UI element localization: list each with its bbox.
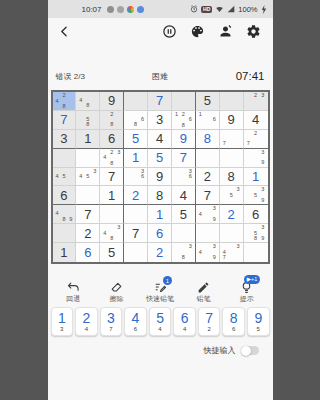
cell-r4c5[interactable]: 5 <box>148 149 172 168</box>
pencil-notes: 39 <box>245 150 267 166</box>
numpad-digit: 8 <box>230 311 238 325</box>
cell-r5c4[interactable]: 36 <box>124 168 148 187</box>
numpad-digit: 6 <box>181 311 189 325</box>
quick-pencil-label: 快速铅笔 <box>146 295 174 302</box>
pencil-notes: 359 <box>245 187 267 203</box>
cell-r7c5[interactable]: 1 <box>148 205 172 224</box>
number-button-8[interactable]: 86 <box>222 307 245 336</box>
cell-r5c7[interactable]: 2 <box>196 168 220 187</box>
nav-bar <box>48 18 273 44</box>
numpad-digit: 2 <box>82 311 90 325</box>
pencil-notes: 36 <box>125 169 146 185</box>
cell-r5c3[interactable]: 7 <box>100 168 124 187</box>
given-digit: 6 <box>108 132 115 145</box>
remaining-count: 7 <box>109 326 112 332</box>
user-digit: 1 <box>156 208 163 221</box>
cell-r8c9[interactable]: 3589 <box>244 224 268 243</box>
cell-r2c4[interactable]: 68 <box>124 111 148 130</box>
user-digit: 5 <box>156 151 163 164</box>
quick-pencil-badge: 1 <box>163 276 172 285</box>
remaining-count: 6 <box>232 326 235 332</box>
cell-r7c7[interactable]: 349 <box>196 205 220 224</box>
given-digit: 8 <box>156 189 163 202</box>
cell-r2c1[interactable]: 7 <box>53 111 77 130</box>
cell-r4c9[interactable]: 39 <box>244 149 268 168</box>
given-digit: 3 <box>156 113 163 126</box>
number-button-7[interactable]: 72 <box>198 307 221 336</box>
cell-r5c8[interactable]: 8 <box>220 168 244 187</box>
cell-r5c2[interactable]: 345 <box>76 168 100 187</box>
number-button-5[interactable]: 54 <box>149 307 172 336</box>
undo-label: 回退 <box>66 295 80 302</box>
user-digit: 2 <box>156 246 163 259</box>
cell-r6c3[interactable]: 1 <box>100 186 124 205</box>
numpad-digit: 7 <box>205 311 213 325</box>
cell-r8c2[interactable]: 2 <box>76 224 100 243</box>
given-digit: 1 <box>108 189 115 202</box>
notification-icons <box>107 6 144 13</box>
cell-r1c1[interactable]: 248 <box>53 92 77 111</box>
remaining-count: 4 <box>85 326 88 332</box>
charging-bolt-icon <box>261 5 267 14</box>
cell-r6c9[interactable]: 359 <box>244 186 268 205</box>
cell-r4c1[interactable] <box>53 149 77 168</box>
numpad-digit: 9 <box>254 311 262 325</box>
given-digit: 6 <box>60 189 67 202</box>
hd-badge: HD <box>201 6 212 13</box>
user-digit: 2 <box>228 208 235 221</box>
erase-label: 擦除 <box>110 295 124 302</box>
pencil-notes: 48 <box>77 93 98 109</box>
pause-button[interactable] <box>162 24 177 39</box>
pencil-notes: 36 <box>173 169 194 185</box>
cell-r1c2[interactable]: 48 <box>76 92 100 111</box>
cell-r7c4[interactable] <box>124 205 148 224</box>
signal-icon <box>227 5 235 13</box>
quick-pencil-button[interactable]: 1 快速铅笔 <box>138 281 181 302</box>
user-digit: 7 <box>180 151 187 164</box>
pencil-notes: 27 <box>245 131 267 147</box>
remaining-count: 4 <box>183 326 186 332</box>
user-digit: 6 <box>156 227 163 240</box>
app-notification-icon <box>107 6 114 13</box>
pencil-label: 铅笔 <box>196 295 210 302</box>
user-digit: 7 <box>60 113 67 126</box>
avatar-edit-button[interactable] <box>218 24 233 39</box>
status-bar: 10:07 HD 100% <box>48 0 273 18</box>
erase-button[interactable]: 擦除 <box>95 281 138 302</box>
cell-r8c4[interactable]: 7 <box>124 224 148 243</box>
cell-r1c7[interactable]: 5 <box>196 92 220 111</box>
given-digit: 7 <box>84 208 91 221</box>
number-pad: 132437465464728695 <box>48 307 273 336</box>
cell-r4c4[interactable]: 1 <box>124 149 148 168</box>
given-digit: 4 <box>180 189 187 202</box>
cell-r6c5[interactable]: 8 <box>148 186 172 205</box>
cell-r4c6[interactable]: 7 <box>172 149 196 168</box>
cell-r4c7[interactable] <box>196 149 220 168</box>
cell-r9c8[interactable]: 347 <box>220 243 244 262</box>
numpad-digit: 4 <box>132 311 140 325</box>
cell-r6c6[interactable]: 4 <box>172 186 196 205</box>
cell-r1c6[interactable] <box>172 92 196 111</box>
cell-r2c7[interactable]: 16 <box>196 111 220 130</box>
pencil-notes: 248 <box>54 93 75 109</box>
given-digit: 7 <box>132 227 139 240</box>
cell-r5c5[interactable]: 9 <box>148 168 172 187</box>
cell-r7c9[interactable]: 6 <box>244 205 268 224</box>
given-digit: 7 <box>108 170 115 183</box>
cell-r8c5[interactable]: 6 <box>148 224 172 243</box>
quick-input-toggle[interactable] <box>241 346 259 355</box>
number-button-1[interactable]: 13 <box>51 307 74 336</box>
pencil-notes: 1268 <box>173 112 194 128</box>
hint-button[interactable]: ▶+1 提示 <box>225 281 268 302</box>
given-digit: 5 <box>108 246 115 259</box>
cell-r6c4[interactable]: 2 <box>124 186 148 205</box>
cell-r1c9[interactable]: 23 <box>244 92 268 111</box>
cell-r9c9[interactable] <box>244 243 268 262</box>
cell-r8c3[interactable]: 348 <box>100 224 124 243</box>
cell-r3c8[interactable]: 7 <box>220 130 244 149</box>
remaining-count: 6 <box>134 326 137 332</box>
given-digit: 2 <box>84 227 91 240</box>
cell-r1c4[interactable] <box>124 92 148 111</box>
hint-ad-badge: ▶+1 <box>244 275 261 284</box>
number-button-6[interactable]: 64 <box>173 307 196 336</box>
cell-r8c1[interactable] <box>53 224 77 243</box>
given-digit: 4 <box>156 132 163 145</box>
cell-r2c5[interactable]: 3 <box>148 111 172 130</box>
cell-r5c6[interactable]: 36 <box>172 168 196 187</box>
cell-r2c9[interactable]: 4 <box>244 111 268 130</box>
cell-r4c2[interactable] <box>76 149 100 168</box>
pencil-notes: 45 <box>54 169 75 185</box>
cell-r9c3[interactable]: 5 <box>100 243 124 262</box>
cell-r7c2[interactable]: 7 <box>76 205 100 224</box>
number-button-2[interactable]: 24 <box>75 307 98 336</box>
cell-r7c3[interactable] <box>100 205 124 224</box>
pencil-notes: 58 <box>77 112 98 128</box>
number-button-3[interactable]: 37 <box>100 307 123 336</box>
cell-r9c4[interactable] <box>124 243 148 262</box>
cell-r9c1[interactable]: 1 <box>53 243 77 262</box>
toggle-knob <box>241 346 251 356</box>
cell-r3c9[interactable]: 27 <box>244 130 268 149</box>
app-notification-icon <box>127 6 134 13</box>
remaining-count: 2 <box>207 326 210 332</box>
cell-r1c3[interactable]: 9 <box>100 92 124 111</box>
user-digit: 6 <box>84 246 91 259</box>
cell-r7c1[interactable]: 489 <box>53 205 77 224</box>
cell-r3c3[interactable]: 6 <box>100 130 124 149</box>
given-digit: 1 <box>60 246 67 259</box>
pencil-notes: 345 <box>77 169 98 185</box>
cell-r2c6[interactable]: 1268 <box>172 111 196 130</box>
cell-r6c8[interactable]: 35 <box>220 186 244 205</box>
user-digit: 8 <box>204 132 211 145</box>
pencil-notes: 348 <box>101 225 122 241</box>
given-digit: 9 <box>108 94 115 107</box>
clock-time: 10:07 <box>82 5 102 14</box>
pencil-notes: 35 <box>221 187 242 203</box>
app-notification-icon <box>117 6 124 13</box>
given-digit: 9 <box>156 170 163 183</box>
sudoku-board: 2484897523758286831268169431654987272348… <box>51 90 270 264</box>
app-notification-icon <box>137 6 144 13</box>
given-digit: 5 <box>180 208 187 221</box>
cell-r5c9[interactable]: 1 <box>244 168 268 187</box>
pencil-notes: 68 <box>125 112 146 128</box>
cell-r3c5[interactable]: 4 <box>148 130 172 149</box>
pencil-notes: 23 <box>245 93 267 109</box>
cell-r9c5[interactable]: 2 <box>148 243 172 262</box>
pencil-notes: 347 <box>221 244 242 261</box>
cell-r6c1[interactable]: 6 <box>53 186 77 205</box>
settings-gear-button[interactable] <box>246 24 261 39</box>
cell-r6c7[interactable]: 7 <box>196 186 220 205</box>
cell-r9c6[interactable]: 38 <box>172 243 196 262</box>
numpad-digit: 1 <box>58 311 66 325</box>
cell-r9c7[interactable]: 349 <box>196 243 220 262</box>
cell-r4c8[interactable] <box>220 149 244 168</box>
hint-label: 提示 <box>240 295 254 302</box>
cell-r1c8[interactable] <box>220 92 244 111</box>
given-digit: 3 <box>60 132 67 145</box>
alarm-icon <box>190 5 198 13</box>
cell-r3c2[interactable]: 1 <box>76 130 100 149</box>
user-digit: 1 <box>252 170 259 183</box>
user-digit: 7 <box>156 94 163 107</box>
numpad-digit: 3 <box>107 311 115 325</box>
given-digit: 1 <box>84 132 91 145</box>
given-digit: 8 <box>228 170 235 183</box>
pencil-notes: 349 <box>197 206 218 222</box>
pencil-notes: 349 <box>197 244 218 261</box>
cell-r4c3[interactable]: 2348 <box>100 149 124 168</box>
given-digit: 6 <box>252 208 259 221</box>
pencil-button[interactable]: 铅笔 <box>182 281 225 302</box>
remaining-count: 3 <box>60 326 63 332</box>
cell-r7c6[interactable]: 5 <box>172 205 196 224</box>
cell-r2c8[interactable]: 9 <box>220 111 244 130</box>
given-digit: 9 <box>228 113 235 126</box>
cell-r5c1[interactable]: 45 <box>53 168 77 187</box>
game-info-row: 错误 2/3 困难 07:41 <box>48 68 273 84</box>
theme-palette-button[interactable] <box>190 24 205 39</box>
back-button[interactable] <box>58 25 71 38</box>
pencil-notes: 2348 <box>101 150 122 166</box>
user-digit: 5 <box>132 132 139 145</box>
user-digit: 9 <box>180 132 187 145</box>
quick-input-label: 快捷输入 <box>204 345 236 356</box>
user-digit: 1 <box>132 151 139 164</box>
quick-input-row: 快捷输入 <box>48 345 273 356</box>
undo-button[interactable]: 回退 <box>52 281 95 302</box>
cell-r3c6[interactable]: 9 <box>172 130 196 149</box>
pencil-notes: 3589 <box>245 225 267 241</box>
given-digit: 5 <box>204 94 211 107</box>
cell-r8c7[interactable] <box>196 224 220 243</box>
remaining-count: 5 <box>257 326 260 332</box>
cell-r1c5[interactable]: 7 <box>148 92 172 111</box>
cell-r8c8[interactable] <box>220 224 244 243</box>
user-digit: 2 <box>132 189 139 202</box>
toolbar: 回退 擦除 1 快速铅笔 铅笔 ▶+1 提示 <box>48 281 273 302</box>
cell-r3c7[interactable]: 8 <box>196 130 220 149</box>
cell-r3c4[interactable]: 5 <box>124 130 148 149</box>
pencil-notes: 489 <box>54 206 75 222</box>
numpad-digit: 5 <box>156 311 164 325</box>
cell-r2c2[interactable]: 58 <box>76 111 100 130</box>
given-digit: 7 <box>204 189 211 202</box>
cell-r2c3[interactable]: 28 <box>100 111 124 130</box>
cell-r9c2[interactable]: 6 <box>76 243 100 262</box>
wifi-icon <box>215 5 224 13</box>
pencil-notes: 16 <box>197 112 218 128</box>
cell-r8c6[interactable] <box>172 224 196 243</box>
number-button-9[interactable]: 95 <box>247 307 270 336</box>
difficulty-label: 困难 <box>48 71 273 82</box>
cell-r6c2[interactable] <box>76 186 100 205</box>
given-digit: 2 <box>204 170 211 183</box>
battery-percent: 100% <box>238 5 257 14</box>
cell-r3c1[interactable]: 3 <box>53 130 77 149</box>
pencil-notes: 7 <box>221 131 242 147</box>
remaining-count: 4 <box>158 326 161 332</box>
number-button-4[interactable]: 46 <box>124 307 147 336</box>
given-digit: 4 <box>252 113 259 126</box>
pencil-notes: 28 <box>101 112 122 128</box>
cell-r7c8[interactable]: 2 <box>220 205 244 224</box>
sudoku-app-screen: 10:07 HD 100% <box>48 0 273 400</box>
pencil-notes: 38 <box>173 244 194 261</box>
